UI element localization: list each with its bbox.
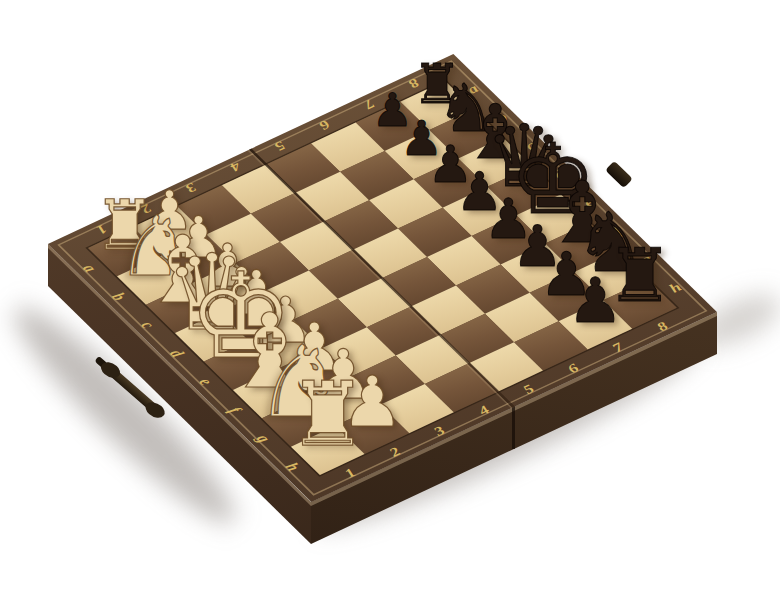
piece-white-rook-h1[interactable]: ♜ xyxy=(288,370,368,459)
chess-set-photo: 11aa22bb33cc44dd55ee66ff77gg88hh ♜♞♝♛♚♝♞… xyxy=(0,0,780,600)
piece-black-pawn-h7[interactable]: ♟ xyxy=(568,270,624,332)
folding-seam-side xyxy=(512,405,515,449)
